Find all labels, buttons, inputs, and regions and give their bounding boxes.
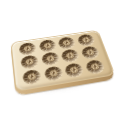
muffin-cup <box>43 66 63 83</box>
muffin-cup <box>80 46 100 61</box>
muffin-cup <box>38 39 57 53</box>
muffin-cup <box>64 62 85 78</box>
muffin-cup <box>41 52 61 67</box>
muffin-cup <box>58 36 77 50</box>
muffin-cup <box>85 59 106 75</box>
muffin-cup <box>77 33 96 47</box>
muffin-cup <box>61 49 81 64</box>
muffin-cup <box>18 42 36 56</box>
muffin-cup <box>20 55 39 71</box>
product-photo <box>0 0 120 120</box>
muffin-cup <box>22 69 42 86</box>
